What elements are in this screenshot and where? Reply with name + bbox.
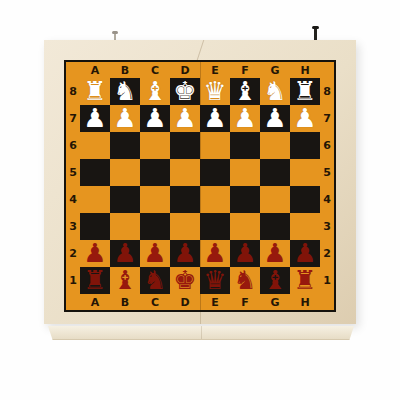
file-label-bottom-h: H	[290, 294, 320, 310]
piece-red-knight: ♞	[233, 267, 256, 293]
piece-red-king: ♚	[173, 267, 196, 293]
square-e7[interactable]: ♟	[200, 105, 230, 132]
square-f3[interactable]	[230, 213, 260, 240]
square-d4[interactable]	[170, 186, 200, 213]
frame-bottom-edge	[48, 326, 354, 340]
square-e5[interactable]	[200, 159, 230, 186]
piece-white-pawn: ♟	[83, 105, 106, 131]
square-c2[interactable]: ♟	[140, 240, 170, 267]
square-d6[interactable]	[170, 132, 200, 159]
piece-white-pawn: ♟	[173, 105, 196, 131]
rank-label-left-7: 7	[66, 105, 80, 132]
piece-white-bishop: ♝	[143, 78, 166, 104]
piece-white-pawn: ♟	[143, 105, 166, 131]
square-g6[interactable]	[260, 132, 290, 159]
corner-bottom-right	[320, 294, 334, 310]
rank-label-right-4: 4	[320, 186, 334, 213]
square-a2[interactable]: ♟	[80, 240, 110, 267]
rank-label-left-2: 2	[66, 240, 80, 267]
square-f2[interactable]: ♟	[230, 240, 260, 267]
square-e8[interactable]: ♛	[200, 78, 230, 105]
rank-label-right-6: 6	[320, 132, 334, 159]
piece-white-pawn: ♟	[263, 105, 286, 131]
piece-white-knight: ♞	[263, 78, 286, 104]
rank-label-left-5: 5	[66, 159, 80, 186]
square-a6[interactable]	[80, 132, 110, 159]
square-a3[interactable]	[80, 213, 110, 240]
chessboard: ABCDEFGH8♜♞♝♚♛♝♞♜87♟♟♟♟♟♟♟♟7665544332♟♟♟…	[64, 60, 336, 312]
piece-red-bishop: ♝	[113, 267, 136, 293]
piece-red-pawn: ♟	[173, 240, 196, 266]
square-c7[interactable]: ♟	[140, 105, 170, 132]
piece-white-knight: ♞	[113, 78, 136, 104]
file-label-bottom-f: F	[230, 294, 260, 310]
square-d8[interactable]: ♚	[170, 78, 200, 105]
square-h2[interactable]: ♟	[290, 240, 320, 267]
square-f4[interactable]	[230, 186, 260, 213]
square-g7[interactable]: ♟	[260, 105, 290, 132]
square-f1[interactable]: ♞	[230, 267, 260, 294]
piece-red-queen: ♛	[203, 267, 226, 293]
square-c6[interactable]	[140, 132, 170, 159]
file-label-bottom-d: D	[170, 294, 200, 310]
square-g3[interactable]	[260, 213, 290, 240]
square-h8[interactable]: ♜	[290, 78, 320, 105]
square-a4[interactable]	[80, 186, 110, 213]
piece-red-pawn: ♟	[83, 240, 106, 266]
rank-label-right-3: 3	[320, 213, 334, 240]
square-d2[interactable]: ♟	[170, 240, 200, 267]
square-a1[interactable]: ♜	[80, 267, 110, 294]
square-f8[interactable]: ♝	[230, 78, 260, 105]
square-b8[interactable]: ♞	[110, 78, 140, 105]
square-h6[interactable]	[290, 132, 320, 159]
product-photo: ABCDEFGH8♜♞♝♚♛♝♞♜87♟♟♟♟♟♟♟♟7665544332♟♟♟…	[0, 0, 400, 400]
square-d5[interactable]	[170, 159, 200, 186]
square-e3[interactable]	[200, 213, 230, 240]
square-a7[interactable]: ♟	[80, 105, 110, 132]
square-f5[interactable]	[230, 159, 260, 186]
file-label-bottom-e: E	[200, 294, 230, 310]
rank-label-right-1: 1	[320, 267, 334, 294]
square-b2[interactable]: ♟	[110, 240, 140, 267]
piece-white-king: ♚	[173, 78, 196, 104]
piece-white-pawn: ♟	[293, 105, 316, 131]
square-d7[interactable]: ♟	[170, 105, 200, 132]
piece-white-pawn: ♟	[203, 105, 226, 131]
square-e4[interactable]	[200, 186, 230, 213]
square-f7[interactable]: ♟	[230, 105, 260, 132]
square-b5[interactable]	[110, 159, 140, 186]
square-b4[interactable]	[110, 186, 140, 213]
rank-label-left-3: 3	[66, 213, 80, 240]
piece-white-rook: ♜	[293, 78, 316, 104]
corner-bottom-left	[66, 294, 80, 310]
rank-label-right-7: 7	[320, 105, 334, 132]
square-c8[interactable]: ♝	[140, 78, 170, 105]
file-label-bottom-c: C	[140, 294, 170, 310]
piece-white-pawn: ♟	[113, 105, 136, 131]
square-b6[interactable]	[110, 132, 140, 159]
square-c3[interactable]	[140, 213, 170, 240]
piece-red-knight: ♞	[143, 267, 166, 293]
square-c1[interactable]: ♞	[140, 267, 170, 294]
piece-white-bishop: ♝	[233, 78, 256, 104]
square-d1[interactable]: ♚	[170, 267, 200, 294]
square-a5[interactable]	[80, 159, 110, 186]
file-label-bottom-a: A	[80, 294, 110, 310]
file-label-bottom-b: B	[110, 294, 140, 310]
corner-top-right	[320, 62, 334, 78]
rank-label-right-5: 5	[320, 159, 334, 186]
board-grid: ABCDEFGH8♜♞♝♚♛♝♞♜87♟♟♟♟♟♟♟♟7665544332♟♟♟…	[66, 62, 334, 310]
piece-red-pawn: ♟	[263, 240, 286, 266]
piece-red-pawn: ♟	[293, 240, 316, 266]
square-b3[interactable]	[110, 213, 140, 240]
file-label-bottom-g: G	[260, 294, 290, 310]
piece-red-pawn: ♟	[143, 240, 166, 266]
square-b7[interactable]: ♟	[110, 105, 140, 132]
frame-fold-seam-top	[197, 40, 204, 60]
square-b1[interactable]: ♝	[110, 267, 140, 294]
square-e6[interactable]	[200, 132, 230, 159]
piece-white-pawn: ♟	[233, 105, 256, 131]
board-frame: ABCDEFGH8♜♞♝♚♛♝♞♜87♟♟♟♟♟♟♟♟7665544332♟♟♟…	[44, 40, 356, 324]
square-h7[interactable]: ♟	[290, 105, 320, 132]
square-g8[interactable]: ♞	[260, 78, 290, 105]
rank-label-left-1: 1	[66, 267, 80, 294]
piece-red-bishop: ♝	[263, 267, 286, 293]
square-g5[interactable]	[260, 159, 290, 186]
piece-white-rook: ♜	[83, 78, 106, 104]
square-g2[interactable]: ♟	[260, 240, 290, 267]
square-e1[interactable]: ♛	[200, 267, 230, 294]
square-g1[interactable]: ♝	[260, 267, 290, 294]
rank-label-right-2: 2	[320, 240, 334, 267]
square-e2[interactable]: ♟	[200, 240, 230, 267]
square-c4[interactable]	[140, 186, 170, 213]
square-h3[interactable]	[290, 213, 320, 240]
square-g4[interactable]	[260, 186, 290, 213]
piece-white-queen: ♛	[203, 78, 226, 104]
square-f6[interactable]	[230, 132, 260, 159]
square-d3[interactable]	[170, 213, 200, 240]
square-a8[interactable]: ♜	[80, 78, 110, 105]
piece-red-rook: ♜	[293, 267, 316, 293]
frame-fold-seam-bottom	[200, 312, 201, 324]
rank-label-left-6: 6	[66, 132, 80, 159]
square-h1[interactable]: ♜	[290, 267, 320, 294]
rank-label-left-4: 4	[66, 186, 80, 213]
rank-label-right-8: 8	[320, 78, 334, 105]
bottom-edge-seam	[201, 326, 202, 339]
piece-red-pawn: ♟	[203, 240, 226, 266]
piece-red-pawn: ♟	[233, 240, 256, 266]
piece-red-rook: ♜	[83, 267, 106, 293]
square-h4[interactable]	[290, 186, 320, 213]
square-h5[interactable]	[290, 159, 320, 186]
piece-red-pawn: ♟	[113, 240, 136, 266]
corner-top-left	[66, 62, 80, 78]
rank-label-left-8: 8	[66, 78, 80, 105]
square-c5[interactable]	[140, 159, 170, 186]
